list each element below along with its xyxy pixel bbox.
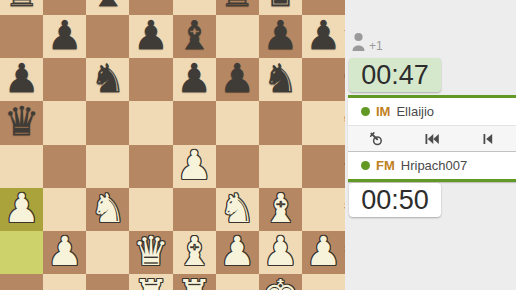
square-d6[interactable] <box>129 58 172 101</box>
square-h7[interactable]: ♟ <box>302 15 345 58</box>
square-d4[interactable] <box>129 145 172 188</box>
square-c1[interactable] <box>86 274 129 290</box>
square-c3[interactable]: ♞ <box>86 188 129 231</box>
piece-white-king[interactable]: ♚ <box>262 273 298 290</box>
square-f6[interactable]: ♟ <box>216 58 259 101</box>
square-f8[interactable]: ♜ <box>216 0 259 15</box>
first-move-button[interactable] <box>404 126 460 151</box>
analysis-icon <box>369 131 384 146</box>
square-c2[interactable] <box>86 231 129 274</box>
square-g3[interactable]: ♝ <box>259 188 302 231</box>
square-g6[interactable]: ♞ <box>259 58 302 101</box>
nav-controls <box>348 125 516 151</box>
square-c6[interactable]: ♞ <box>86 58 129 101</box>
piece-white-bishop[interactable]: ♝ <box>262 187 298 230</box>
previous-move-icon <box>483 133 493 145</box>
piece-white-pawn[interactable]: ♟ <box>219 230 255 273</box>
piece-white-pawn[interactable]: ♟ <box>4 187 40 230</box>
square-g2[interactable]: ♟ <box>259 231 302 274</box>
square-a1[interactable] <box>0 274 43 290</box>
square-f7[interactable] <box>216 15 259 58</box>
online-dot <box>361 161 370 170</box>
square-a2[interactable] <box>0 231 43 274</box>
square-f4[interactable] <box>216 145 259 188</box>
square-c7[interactable] <box>86 15 129 58</box>
square-e3[interactable] <box>173 188 216 231</box>
square-h1[interactable] <box>302 274 345 290</box>
square-e4[interactable]: ♟ <box>173 145 216 188</box>
square-b5[interactable] <box>43 101 86 144</box>
piece-black-pawn[interactable]: ♟ <box>176 57 212 100</box>
square-g1[interactable]: ♚ <box>259 274 302 290</box>
square-d5[interactable] <box>129 101 172 144</box>
square-f1[interactable] <box>216 274 259 290</box>
player-name: Hripach007 <box>401 158 468 173</box>
square-b2[interactable]: ♟ <box>43 231 86 274</box>
piece-white-pawn[interactable]: ♟ <box>262 230 298 273</box>
first-move-icon <box>425 133 439 145</box>
square-a4[interactable] <box>0 145 43 188</box>
square-h5[interactable] <box>302 101 345 144</box>
bottom-player-card: FM Hripach007 <box>348 152 516 182</box>
online-dot <box>361 107 370 116</box>
spectator-badge: +1 <box>352 31 383 55</box>
square-f5[interactable] <box>216 101 259 144</box>
square-b6[interactable] <box>43 58 86 101</box>
piece-white-rook[interactable]: ♜ <box>176 273 212 290</box>
square-c5[interactable] <box>86 101 129 144</box>
spectator-count: +1 <box>369 39 383 55</box>
piece-black-pawn[interactable]: ♟ <box>4 57 40 100</box>
piece-white-knight[interactable]: ♞ <box>219 187 255 230</box>
square-e5[interactable] <box>173 101 216 144</box>
piece-black-bishop[interactable]: ♝ <box>176 14 212 57</box>
square-f2[interactable]: ♟ <box>216 231 259 274</box>
square-e2[interactable]: ♝ <box>173 231 216 274</box>
bottom-player-row[interactable]: FM Hripach007 <box>348 152 516 179</box>
square-b1[interactable] <box>43 274 86 290</box>
piece-white-pawn[interactable]: ♟ <box>306 230 342 273</box>
piece-black-pawn[interactable]: ♟ <box>47 14 83 57</box>
square-g7[interactable]: ♟ <box>259 15 302 58</box>
analysis-button[interactable] <box>348 126 404 151</box>
square-e7[interactable]: ♝ <box>173 15 216 58</box>
square-a5[interactable]: ♛ <box>0 101 43 144</box>
square-h3[interactable] <box>302 188 345 231</box>
square-a3[interactable]: ♟ <box>0 188 43 231</box>
square-a6[interactable]: ♟ <box>0 58 43 101</box>
square-e6[interactable]: ♟ <box>173 58 216 101</box>
square-g5[interactable] <box>259 101 302 144</box>
piece-black-knight[interactable]: ♞ <box>262 57 298 100</box>
chess-board[interactable]: ♜♝♜♚♟♟♝♟♟♟♞♟♟♞♛♟♟♞♞♝♟♛♝♟♟♟♜♜♚ <box>0 0 345 290</box>
square-a8[interactable]: ♜ <box>0 0 43 15</box>
square-h4[interactable] <box>302 145 345 188</box>
piece-white-pawn[interactable]: ♟ <box>176 144 212 187</box>
piece-black-queen[interactable]: ♛ <box>4 100 40 143</box>
square-h6[interactable] <box>302 58 345 101</box>
square-b3[interactable] <box>43 188 86 231</box>
chess-game-screen: ♜♝♜♚♟♟♝♟♟♟♞♟♟♞♛♟♟♞♞♝♟♛♝♟♟♟♜♜♚ 7654321 +1… <box>0 0 516 290</box>
square-h2[interactable]: ♟ <box>302 231 345 274</box>
piece-black-knight[interactable]: ♞ <box>90 57 126 100</box>
piece-white-bishop[interactable]: ♝ <box>176 230 212 273</box>
square-b4[interactable] <box>43 145 86 188</box>
square-c4[interactable] <box>86 145 129 188</box>
piece-black-rook[interactable]: ♜ <box>219 0 255 14</box>
player-name: Ellaijio <box>396 104 434 119</box>
square-d2[interactable]: ♛ <box>129 231 172 274</box>
piece-black-pawn[interactable]: ♟ <box>306 14 342 57</box>
square-e1[interactable]: ♜ <box>173 274 216 290</box>
player-title: FM <box>376 158 395 173</box>
top-player-row[interactable]: IM Ellaijio <box>348 98 516 125</box>
player-title: IM <box>376 104 390 119</box>
piece-white-pawn[interactable]: ♟ <box>47 230 83 273</box>
square-d3[interactable] <box>129 188 172 231</box>
side-panel: +1 00:47 IM Ellaijio <box>345 0 516 290</box>
square-c8[interactable]: ♝ <box>86 0 129 15</box>
square-f3[interactable]: ♞ <box>216 188 259 231</box>
piece-black-pawn[interactable]: ♟ <box>133 14 169 57</box>
bottom-clock: 00:50 <box>349 183 441 217</box>
top-player-card: IM Ellaijio <box>348 95 516 151</box>
square-g4[interactable] <box>259 145 302 188</box>
piece-black-pawn[interactable]: ♟ <box>219 57 255 100</box>
piece-white-queen[interactable]: ♛ <box>133 230 169 273</box>
square-d1[interactable]: ♜ <box>129 274 172 290</box>
piece-white-rook[interactable]: ♜ <box>133 273 169 290</box>
piece-white-knight[interactable]: ♞ <box>90 187 126 230</box>
top-clock: 00:47 <box>349 58 441 92</box>
previous-move-button[interactable] <box>460 126 516 151</box>
square-a7[interactable] <box>0 15 43 58</box>
square-b7[interactable]: ♟ <box>43 15 86 58</box>
piece-black-bishop[interactable]: ♝ <box>90 0 126 14</box>
person-icon <box>352 32 365 55</box>
square-d7[interactable]: ♟ <box>129 15 172 58</box>
piece-black-pawn[interactable]: ♟ <box>262 14 298 57</box>
piece-black-rook[interactable]: ♜ <box>4 0 40 14</box>
